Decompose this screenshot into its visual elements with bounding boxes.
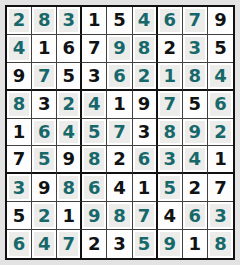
cell-r8c5[interactable]: 8 — [107, 202, 132, 230]
given-cell-fill: 4 — [84, 93, 104, 116]
entered-digit: 7 — [214, 179, 227, 197]
given-digit: 7 — [163, 95, 176, 113]
given-cell-fill: 3 — [9, 176, 29, 199]
given-digit: 8 — [13, 95, 26, 113]
cell-r6c2[interactable]: 5 — [32, 146, 57, 174]
given-cell-fill: 7 — [109, 121, 129, 144]
entered-cell-fill: 2 — [84, 232, 104, 256]
entered-cell-fill: 5 — [9, 204, 29, 227]
entered-cell-fill: 5 — [59, 65, 78, 87]
entered-digit: 3 — [138, 123, 151, 141]
entered-digit: 1 — [214, 150, 227, 168]
given-digit: 2 — [63, 95, 76, 113]
cell-r3c5[interactable]: 6 — [107, 63, 132, 91]
cell-r5c3[interactable]: 4 — [57, 119, 82, 147]
entered-digit: 1 — [13, 123, 26, 141]
given-cell-fill: 2 — [9, 9, 29, 32]
given-cell-fill: 6 — [34, 121, 54, 144]
given-cell-fill: 8 — [210, 232, 231, 256]
cell-r8c6[interactable]: 7 — [133, 202, 158, 230]
entered-cell-fill: 1 — [210, 148, 231, 170]
given-cell-fill: 6 — [9, 232, 29, 256]
sudoku-board: 2831546794167982359753621848324197561645… — [5, 5, 235, 260]
cell-r6c1[interactable]: 7 — [7, 146, 32, 174]
given-digit: 6 — [13, 235, 26, 253]
cell-r2c4[interactable]: 7 — [82, 35, 107, 63]
entered-digit: 5 — [113, 11, 126, 29]
given-cell-fill: 4 — [34, 232, 54, 256]
given-cell-fill: 8 — [59, 176, 78, 199]
entered-cell-fill: 1 — [59, 204, 78, 227]
entered-cell-fill: 5 — [185, 93, 205, 116]
cell-r9c7[interactable]: 9 — [158, 230, 183, 258]
given-cell-fill: 8 — [34, 9, 54, 32]
cell-r6c6[interactable]: 6 — [133, 146, 158, 174]
entered-digit: 9 — [13, 67, 26, 85]
cell-r9c2[interactable]: 4 — [32, 230, 57, 258]
cell-r1c4[interactable]: 1 — [82, 7, 107, 35]
cell-r4c1[interactable]: 8 — [7, 91, 32, 119]
cell-r1c1[interactable]: 2 — [7, 7, 32, 35]
entered-cell-fill: 4 — [160, 204, 180, 227]
given-digit: 3 — [214, 207, 227, 225]
cell-r9c1[interactable]: 6 — [7, 230, 32, 258]
cell-r9c4[interactable]: 2 — [82, 230, 107, 258]
given-digit: 5 — [163, 179, 176, 197]
given-digit: 5 — [138, 235, 151, 253]
cell-r7c7[interactable]: 5 — [158, 174, 183, 202]
cell-r7c9[interactable]: 7 — [208, 174, 233, 202]
given-cell-fill: 9 — [84, 204, 104, 227]
cell-r2c3[interactable]: 6 — [57, 35, 82, 63]
entered-cell-fill: 9 — [59, 148, 78, 170]
cell-r5c4[interactable]: 5 — [82, 119, 107, 147]
given-cell-fill: 7 — [135, 204, 154, 227]
given-cell-fill: 3 — [160, 148, 180, 170]
cell-r1c5[interactable]: 5 — [107, 7, 132, 35]
given-digit: 1 — [163, 67, 176, 85]
given-cell-fill: 4 — [135, 9, 154, 32]
cell-r9c5[interactable]: 3 — [107, 230, 132, 258]
cell-r3c7[interactable]: 1 — [158, 63, 183, 91]
entered-cell-fill: 6 — [59, 37, 78, 60]
given-digit: 4 — [189, 150, 202, 168]
sudoku-page: 2831546794167982359753621848324197561645… — [0, 0, 240, 265]
given-digit: 9 — [189, 123, 202, 141]
given-digit: 4 — [88, 95, 101, 113]
entered-digit: 2 — [163, 39, 176, 57]
given-digit: 7 — [113, 123, 126, 141]
given-digit: 6 — [38, 123, 51, 141]
entered-digit: 1 — [88, 11, 101, 29]
given-digit: 6 — [163, 11, 176, 29]
given-cell-fill: 2 — [59, 93, 78, 116]
given-digit: 3 — [189, 39, 202, 57]
given-cell-fill: 7 — [34, 65, 54, 87]
given-digit: 8 — [88, 150, 101, 168]
entered-digit: 4 — [113, 179, 126, 197]
given-cell-fill: 6 — [135, 148, 154, 170]
given-cell-fill: 4 — [59, 121, 78, 144]
entered-cell-fill: 9 — [9, 65, 29, 87]
entered-digit: 3 — [113, 235, 126, 253]
cell-r5c7[interactable]: 8 — [158, 119, 183, 147]
given-cell-fill: 2 — [135, 65, 154, 87]
given-digit: 7 — [138, 207, 151, 225]
cell-r4c2[interactable]: 3 — [32, 91, 57, 119]
cell-r9c8[interactable]: 1 — [183, 230, 208, 258]
cell-r5c1[interactable]: 1 — [7, 119, 32, 147]
given-digit: 9 — [88, 207, 101, 225]
given-digit: 8 — [214, 235, 227, 253]
given-cell-fill: 8 — [109, 204, 129, 227]
cell-r7c8[interactable]: 2 — [183, 174, 208, 202]
cell-r7c1[interactable]: 3 — [7, 174, 32, 202]
cell-r8c8[interactable]: 6 — [183, 202, 208, 230]
cell-r8c2[interactable]: 2 — [32, 202, 57, 230]
given-cell-fill: 1 — [160, 65, 180, 87]
entered-digit: 1 — [189, 235, 202, 253]
entered-digit: 6 — [63, 39, 76, 57]
cell-r1c6[interactable]: 4 — [133, 7, 158, 35]
entered-digit: 5 — [13, 207, 26, 225]
given-cell-fill: 5 — [135, 232, 154, 256]
entered-digit: 3 — [88, 67, 101, 85]
given-digit: 6 — [88, 179, 101, 197]
entered-digit: 2 — [88, 235, 101, 253]
given-digit: 8 — [38, 11, 51, 29]
given-digit: 4 — [138, 11, 151, 29]
cell-r5c5[interactable]: 7 — [107, 119, 132, 147]
given-cell-fill: 2 — [34, 204, 54, 227]
entered-cell-fill: 2 — [160, 37, 180, 60]
cell-r7c4[interactable]: 6 — [82, 174, 107, 202]
given-digit: 2 — [13, 11, 26, 29]
cell-r1c7[interactable]: 6 — [158, 7, 183, 35]
entered-cell-fill: 3 — [135, 121, 154, 144]
entered-cell-fill: 5 — [109, 9, 129, 32]
entered-cell-fill: 7 — [84, 37, 104, 60]
given-digit: 6 — [113, 67, 126, 85]
entered-digit: 2 — [189, 179, 202, 197]
cell-r4c8[interactable]: 5 — [183, 91, 208, 119]
cell-r2c8[interactable]: 3 — [183, 35, 208, 63]
entered-digit: 9 — [138, 95, 151, 113]
cell-r7c3[interactable]: 8 — [57, 174, 82, 202]
entered-cell-fill: 3 — [84, 65, 104, 87]
cell-r8c4[interactable]: 9 — [82, 202, 107, 230]
given-cell-fill: 8 — [84, 148, 104, 170]
given-cell-fill: 8 — [185, 65, 205, 87]
entered-digit: 2 — [113, 150, 126, 168]
entered-digit: 4 — [163, 207, 176, 225]
cell-r4c5[interactable]: 1 — [107, 91, 132, 119]
entered-cell-fill: 7 — [210, 176, 231, 199]
entered-digit: 9 — [63, 150, 76, 168]
given-digit: 5 — [88, 123, 101, 141]
entered-digit: 5 — [63, 67, 76, 85]
given-digit: 3 — [63, 11, 76, 29]
cell-r2c5[interactable]: 9 — [107, 35, 132, 63]
entered-cell-fill: 9 — [34, 176, 54, 199]
given-cell-fill: 7 — [59, 232, 78, 256]
cell-r3c4[interactable]: 3 — [82, 63, 107, 91]
cell-r2c2[interactable]: 1 — [32, 35, 57, 63]
cell-r6c3[interactable]: 9 — [57, 146, 82, 174]
entered-cell-fill: 1 — [34, 37, 54, 60]
given-cell-fill: 4 — [9, 37, 29, 60]
given-digit: 4 — [214, 67, 227, 85]
entered-digit: 1 — [38, 39, 51, 57]
entered-digit: 1 — [63, 207, 76, 225]
given-cell-fill: 4 — [210, 65, 231, 87]
entered-cell-fill: 1 — [185, 232, 205, 256]
given-digit: 7 — [63, 235, 76, 253]
cell-r2c1[interactable]: 4 — [7, 35, 32, 63]
given-digit: 6 — [189, 207, 202, 225]
given-cell-fill: 6 — [210, 93, 231, 116]
given-digit: 8 — [189, 67, 202, 85]
entered-cell-fill: 1 — [9, 121, 29, 144]
cell-r5c9[interactable]: 2 — [208, 119, 233, 147]
given-cell-fill: 8 — [9, 93, 29, 116]
given-digit: 4 — [38, 235, 51, 253]
cell-r3c9[interactable]: 4 — [208, 63, 233, 91]
entered-cell-fill: 7 — [9, 148, 29, 170]
cell-r6c5[interactable]: 2 — [107, 146, 132, 174]
given-digit: 3 — [13, 179, 26, 197]
entered-digit: 7 — [88, 39, 101, 57]
cell-r1c3[interactable]: 3 — [57, 7, 82, 35]
given-digit: 5 — [38, 150, 51, 168]
cell-r8c1[interactable]: 5 — [7, 202, 32, 230]
given-cell-fill: 6 — [109, 65, 129, 87]
cell-r1c2[interactable]: 8 — [32, 7, 57, 35]
given-cell-fill: 3 — [210, 204, 231, 227]
given-digit: 9 — [113, 39, 126, 57]
given-digit: 8 — [113, 207, 126, 225]
cell-r3c8[interactable]: 8 — [183, 63, 208, 91]
entered-digit: 9 — [38, 179, 51, 197]
given-cell-fill: 8 — [160, 121, 180, 144]
given-digit: 7 — [38, 67, 51, 85]
cell-r3c6[interactable]: 2 — [133, 63, 158, 91]
cell-r8c9[interactable]: 3 — [208, 202, 233, 230]
cell-r4c4[interactable]: 4 — [82, 91, 107, 119]
given-digit: 8 — [138, 39, 151, 57]
cell-r5c6[interactable]: 3 — [133, 119, 158, 147]
given-cell-fill: 6 — [160, 9, 180, 32]
given-digit: 2 — [138, 67, 151, 85]
given-digit: 2 — [214, 123, 227, 141]
given-cell-fill: 5 — [84, 121, 104, 144]
given-digit: 8 — [163, 123, 176, 141]
cell-r9c3[interactable]: 7 — [57, 230, 82, 258]
cell-r1c8[interactable]: 7 — [183, 7, 208, 35]
entered-cell-fill: 5 — [210, 37, 231, 60]
entered-digit: 5 — [189, 95, 202, 113]
cell-r4c9[interactable]: 6 — [208, 91, 233, 119]
given-cell-fill: 8 — [135, 37, 154, 60]
given-cell-fill: 5 — [34, 148, 54, 170]
cell-r5c2[interactable]: 6 — [32, 119, 57, 147]
given-cell-fill: 6 — [185, 204, 205, 227]
entered-cell-fill: 2 — [109, 148, 129, 170]
given-digit: 6 — [214, 95, 227, 113]
cell-r3c2[interactable]: 7 — [32, 63, 57, 91]
cell-r4c6[interactable]: 9 — [133, 91, 158, 119]
given-digit: 4 — [13, 39, 26, 57]
entered-cell-fill: 2 — [185, 176, 205, 199]
cell-r6c9[interactable]: 1 — [208, 146, 233, 174]
entered-cell-fill: 1 — [84, 9, 104, 32]
given-cell-fill: 3 — [59, 9, 78, 32]
cell-r6c7[interactable]: 3 — [158, 146, 183, 174]
entered-digit: 7 — [13, 150, 26, 168]
given-digit: 8 — [63, 179, 76, 197]
entered-cell-fill: 1 — [135, 176, 154, 199]
cell-r7c6[interactable]: 1 — [133, 174, 158, 202]
cell-r2c6[interactable]: 8 — [133, 35, 158, 63]
entered-digit: 5 — [214, 39, 227, 57]
cell-r6c4[interactable]: 8 — [82, 146, 107, 174]
given-digit: 2 — [38, 207, 51, 225]
given-cell-fill: 7 — [185, 9, 205, 32]
given-cell-fill: 9 — [185, 121, 205, 144]
given-digit: 3 — [163, 150, 176, 168]
entered-cell-fill: 4 — [109, 176, 129, 199]
entered-cell-fill: 3 — [109, 232, 129, 256]
cell-r5c8[interactable]: 9 — [183, 119, 208, 147]
cell-r9c9[interactable]: 8 — [208, 230, 233, 258]
given-cell-fill: 7 — [160, 93, 180, 116]
cell-r3c3[interactable]: 5 — [57, 63, 82, 91]
cell-r7c2[interactable]: 9 — [32, 174, 57, 202]
given-cell-fill: 9 — [160, 232, 180, 256]
cell-r6c8[interactable]: 4 — [183, 146, 208, 174]
cell-r3c1[interactable]: 9 — [7, 63, 32, 91]
entered-digit: 1 — [138, 179, 151, 197]
cell-r2c9[interactable]: 5 — [208, 35, 233, 63]
cell-r8c3[interactable]: 1 — [57, 202, 82, 230]
given-digit: 7 — [189, 11, 202, 29]
entered-digit: 9 — [214, 11, 227, 29]
given-digit: 4 — [63, 123, 76, 141]
entered-cell-fill: 9 — [210, 9, 231, 32]
given-cell-fill: 9 — [109, 37, 129, 60]
given-cell-fill: 3 — [185, 37, 205, 60]
given-digit: 6 — [138, 150, 151, 168]
entered-cell-fill: 9 — [135, 93, 154, 116]
cell-r1c9[interactable]: 9 — [208, 7, 233, 35]
entered-digit: 1 — [113, 95, 126, 113]
entered-cell-fill: 3 — [34, 93, 54, 116]
given-digit: 9 — [163, 235, 176, 253]
entered-cell-fill: 1 — [109, 93, 129, 116]
cell-r4c7[interactable]: 7 — [158, 91, 183, 119]
entered-digit: 3 — [38, 95, 51, 113]
given-cell-fill: 5 — [160, 176, 180, 199]
cell-r9c6[interactable]: 5 — [133, 230, 158, 258]
given-cell-fill: 4 — [185, 148, 205, 170]
cell-r8c7[interactable]: 4 — [158, 202, 183, 230]
given-cell-fill: 6 — [84, 176, 104, 199]
given-cell-fill: 2 — [210, 121, 231, 144]
cell-r4c3[interactable]: 2 — [57, 91, 82, 119]
cell-r2c7[interactable]: 2 — [158, 35, 183, 63]
cell-r7c5[interactable]: 4 — [107, 174, 132, 202]
